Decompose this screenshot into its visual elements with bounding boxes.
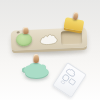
yellow-square-piece xyxy=(60,8,90,36)
mint-duck-peg xyxy=(33,54,39,63)
board-logo-mark xyxy=(17,31,20,33)
green-circle-piece xyxy=(15,32,32,46)
duck-cutout xyxy=(39,31,59,45)
green-circle-peg xyxy=(23,27,29,35)
mint-duck-piece xyxy=(20,53,51,80)
shape-outline-card xyxy=(52,61,87,97)
product-photo-wooden-peg-puzzle xyxy=(0,0,100,100)
